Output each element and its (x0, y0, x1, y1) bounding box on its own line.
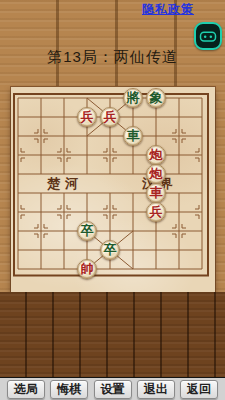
piece-炮[interactable]: 炮 (146, 145, 166, 165)
piece-車[interactable]: 車 (146, 183, 166, 203)
river-label-left: 楚河 (35, 177, 95, 190)
piece-炮[interactable]: 炮 (146, 164, 166, 184)
bottom-toolbar: 选局 悔棋 设置 退出 返回 (0, 377, 225, 400)
piece-兵[interactable]: 兵 (100, 107, 120, 127)
settings-button[interactable]: 设置 (94, 380, 132, 399)
exit-button[interactable]: 退出 (137, 380, 175, 399)
piece-兵[interactable]: 兵 (146, 202, 166, 222)
piece-卒[interactable]: 卒 (100, 240, 120, 260)
privacy-policy-link[interactable]: 隐私政策 (142, 1, 194, 18)
page-title: 第13局：两仙传道 (0, 48, 225, 67)
piece-將[interactable]: 將 (123, 88, 143, 108)
gamepad-glyph (198, 26, 218, 46)
back-button[interactable]: 返回 (180, 380, 218, 399)
xiangqi-board[interactable]: 楚河 汉界 將象兵兵車炮炮車兵卒卒帥 (11, 87, 215, 292)
piece-帥[interactable]: 帥 (77, 259, 97, 279)
piece-卒[interactable]: 卒 (77, 221, 97, 241)
piece-兵[interactable]: 兵 (77, 107, 97, 127)
app-screen: 隐私政策 第13局：两仙传道 楚河 汉界 將象兵兵車炮炮車兵卒卒帥 选局 悔棋 … (0, 0, 225, 400)
gamepad-icon[interactable] (194, 22, 222, 50)
piece-車[interactable]: 車 (123, 126, 143, 146)
piece-象[interactable]: 象 (146, 88, 166, 108)
undo-move-button[interactable]: 悔棋 (50, 380, 88, 399)
select-game-button[interactable]: 选局 (7, 380, 45, 399)
